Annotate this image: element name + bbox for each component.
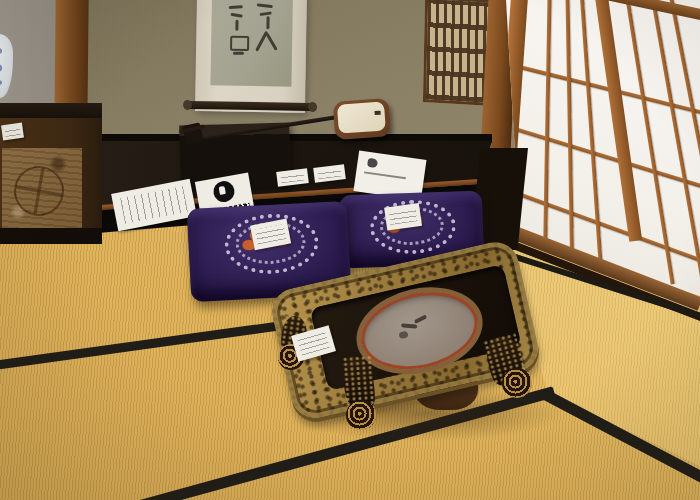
ash-tool [414, 315, 427, 324]
table-scroll-foot [346, 400, 376, 430]
chest-base [0, 228, 102, 244]
shamisen-skin [337, 101, 386, 133]
calligraphy-stroke [230, 36, 249, 51]
hand-prohibition-icon [212, 179, 236, 203]
exhibit-label [384, 203, 422, 231]
ash-mound [398, 331, 408, 340]
calligraphy-stroke [233, 52, 244, 55]
tatami-room-photo: Photograph of a Japanese tatami room mus… [0, 0, 700, 500]
scroll-panel [210, 0, 293, 87]
table-scroll-foot [502, 368, 532, 398]
exhibit-label [1, 123, 24, 141]
sheet-caption-line [364, 171, 406, 179]
scroll-rod [186, 101, 314, 111]
ash-tool [401, 323, 417, 328]
chest-crest [14, 166, 64, 216]
chest-top [0, 103, 102, 119]
teapot-illustration [367, 158, 378, 168]
shamisen-bridge [374, 111, 380, 115]
shamisen-pegbox [182, 122, 204, 145]
calligraphy-stroke [235, 20, 238, 31]
shamisen-body [333, 98, 392, 140]
calligraphy-stroke [266, 16, 269, 29]
hanging-scroll [195, 0, 307, 113]
